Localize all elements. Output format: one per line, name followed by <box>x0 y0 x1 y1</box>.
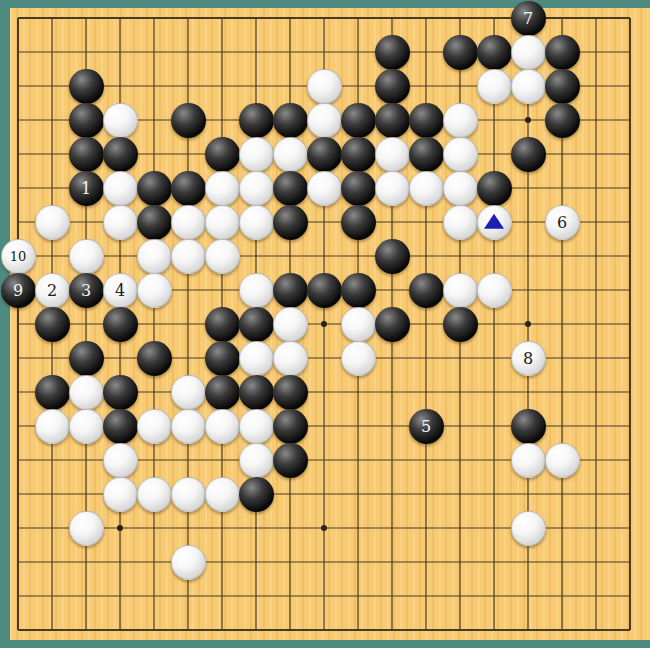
white-stone[interactable]: 4 <box>103 273 138 308</box>
black-stone[interactable] <box>273 171 308 206</box>
triangle-marker-icon <box>484 214 504 229</box>
white-stone[interactable] <box>171 545 206 580</box>
white-stone[interactable] <box>69 239 104 274</box>
black-stone[interactable] <box>69 341 104 376</box>
black-stone[interactable] <box>273 273 308 308</box>
white-stone[interactable] <box>103 171 138 206</box>
white-stone[interactable] <box>137 239 172 274</box>
white-stone[interactable] <box>171 205 206 240</box>
go-board[interactable]: 71610923485 <box>10 8 650 640</box>
black-stone[interactable] <box>137 171 172 206</box>
white-stone[interactable] <box>375 137 410 172</box>
black-stone[interactable] <box>545 35 580 70</box>
star-point <box>321 525 327 531</box>
black-stone[interactable] <box>477 171 512 206</box>
black-stone[interactable] <box>341 273 376 308</box>
move-number-label: 4 <box>115 273 125 308</box>
black-stone[interactable] <box>341 171 376 206</box>
black-stone[interactable] <box>239 307 274 342</box>
white-stone[interactable] <box>35 409 70 444</box>
white-stone[interactable] <box>137 477 172 512</box>
white-stone[interactable] <box>477 205 512 240</box>
white-stone[interactable] <box>477 273 512 308</box>
white-stone[interactable] <box>307 69 342 104</box>
black-stone[interactable] <box>409 103 444 138</box>
white-stone[interactable] <box>443 171 478 206</box>
white-stone[interactable]: 8 <box>511 341 546 376</box>
black-stone[interactable]: 1 <box>69 171 104 206</box>
black-stone[interactable] <box>205 137 240 172</box>
move-number-label: 2 <box>47 273 57 308</box>
white-stone[interactable] <box>171 375 206 410</box>
black-stone[interactable] <box>69 69 104 104</box>
black-stone[interactable]: 5 <box>409 409 444 444</box>
black-stone[interactable] <box>409 137 444 172</box>
white-stone[interactable] <box>239 443 274 478</box>
white-stone[interactable] <box>205 239 240 274</box>
star-point <box>525 117 531 123</box>
black-stone[interactable]: 3 <box>69 273 104 308</box>
move-number-label: 7 <box>523 1 533 36</box>
black-stone[interactable] <box>545 69 580 104</box>
black-stone[interactable] <box>273 443 308 478</box>
white-stone[interactable] <box>443 205 478 240</box>
white-stone[interactable] <box>409 171 444 206</box>
black-stone[interactable] <box>35 307 70 342</box>
black-stone[interactable]: 7 <box>511 1 546 36</box>
white-stone[interactable]: 2 <box>35 273 70 308</box>
white-stone[interactable] <box>307 103 342 138</box>
black-stone[interactable] <box>511 137 546 172</box>
black-stone[interactable] <box>205 307 240 342</box>
move-number-label: 3 <box>81 273 91 308</box>
white-stone[interactable] <box>137 409 172 444</box>
move-number-label: 9 <box>13 273 23 308</box>
black-stone[interactable] <box>103 307 138 342</box>
white-stone[interactable] <box>69 511 104 546</box>
black-stone[interactable] <box>307 137 342 172</box>
black-stone[interactable] <box>511 409 546 444</box>
black-stone[interactable] <box>137 341 172 376</box>
white-stone[interactable] <box>273 307 308 342</box>
black-stone[interactable] <box>477 35 512 70</box>
black-stone[interactable] <box>443 35 478 70</box>
white-stone[interactable] <box>239 409 274 444</box>
black-stone[interactable] <box>273 375 308 410</box>
white-stone[interactable] <box>511 443 546 478</box>
star-point <box>321 321 327 327</box>
black-stone[interactable] <box>273 205 308 240</box>
white-stone[interactable] <box>307 171 342 206</box>
white-stone[interactable] <box>443 137 478 172</box>
black-stone[interactable] <box>341 205 376 240</box>
white-stone[interactable] <box>273 137 308 172</box>
black-stone[interactable] <box>273 409 308 444</box>
black-stone[interactable] <box>205 375 240 410</box>
white-stone[interactable] <box>443 103 478 138</box>
white-stone[interactable] <box>205 171 240 206</box>
black-stone[interactable] <box>103 375 138 410</box>
black-stone[interactable] <box>375 103 410 138</box>
black-stone[interactable] <box>69 103 104 138</box>
white-stone[interactable] <box>103 103 138 138</box>
white-stone[interactable] <box>205 205 240 240</box>
white-stone[interactable] <box>205 477 240 512</box>
black-stone[interactable] <box>239 477 274 512</box>
black-stone[interactable] <box>35 375 70 410</box>
black-stone[interactable] <box>239 375 274 410</box>
white-stone[interactable] <box>205 409 240 444</box>
black-stone[interactable] <box>137 205 172 240</box>
white-stone[interactable] <box>171 409 206 444</box>
black-stone[interactable] <box>375 239 410 274</box>
black-stone[interactable] <box>545 103 580 138</box>
black-stone[interactable] <box>375 35 410 70</box>
black-stone[interactable] <box>103 409 138 444</box>
black-stone[interactable] <box>171 103 206 138</box>
white-stone[interactable] <box>103 443 138 478</box>
black-stone[interactable] <box>273 103 308 138</box>
white-stone[interactable] <box>171 239 206 274</box>
white-stone[interactable] <box>35 205 70 240</box>
black-stone[interactable]: 9 <box>1 273 36 308</box>
star-point <box>525 321 531 327</box>
white-stone[interactable] <box>239 205 274 240</box>
black-stone[interactable] <box>103 137 138 172</box>
black-stone[interactable] <box>171 171 206 206</box>
black-stone[interactable] <box>409 273 444 308</box>
white-stone[interactable] <box>341 341 376 376</box>
white-stone[interactable]: 6 <box>545 205 580 240</box>
black-stone[interactable] <box>341 103 376 138</box>
star-point <box>117 525 123 531</box>
move-number-label: 5 <box>421 409 431 444</box>
white-stone[interactable] <box>103 477 138 512</box>
white-stone[interactable] <box>477 69 512 104</box>
white-stone[interactable] <box>511 511 546 546</box>
white-stone[interactable] <box>341 307 376 342</box>
white-stone[interactable] <box>511 69 546 104</box>
black-stone[interactable] <box>69 137 104 172</box>
move-number-label: 8 <box>523 341 533 376</box>
white-stone[interactable] <box>239 341 274 376</box>
white-stone[interactable] <box>69 409 104 444</box>
move-number-label: 10 <box>10 239 27 274</box>
move-number-label: 6 <box>557 205 567 240</box>
black-stone[interactable] <box>341 137 376 172</box>
white-stone[interactable] <box>69 375 104 410</box>
white-stone[interactable] <box>273 341 308 376</box>
white-stone[interactable] <box>239 171 274 206</box>
white-stone[interactable] <box>239 137 274 172</box>
white-stone[interactable] <box>239 273 274 308</box>
white-stone[interactable] <box>171 477 206 512</box>
white-stone[interactable] <box>137 273 172 308</box>
white-stone[interactable] <box>103 205 138 240</box>
white-stone[interactable] <box>511 35 546 70</box>
black-stone[interactable] <box>307 273 342 308</box>
white-stone[interactable] <box>443 273 478 308</box>
white-stone[interactable]: 10 <box>1 239 36 274</box>
black-stone[interactable] <box>239 103 274 138</box>
white-stone[interactable] <box>545 443 580 478</box>
white-stone[interactable] <box>375 171 410 206</box>
black-stone[interactable] <box>375 69 410 104</box>
board-frame: 71610923485 <box>0 0 650 648</box>
black-stone[interactable] <box>375 307 410 342</box>
black-stone[interactable] <box>205 341 240 376</box>
move-number-label: 1 <box>81 171 91 206</box>
black-stone[interactable] <box>443 307 478 342</box>
